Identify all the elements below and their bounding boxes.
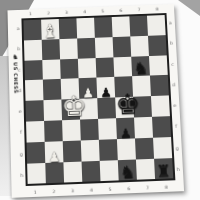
square-g8[interactable] <box>153 137 172 159</box>
square-h4[interactable] <box>82 160 101 182</box>
piece-white-king[interactable]: ♚ <box>61 93 80 121</box>
coord-label: f <box>173 124 178 129</box>
coord-label: 1 <box>34 190 37 195</box>
square-a3[interactable] <box>59 18 77 39</box>
coord-label: g <box>175 145 180 150</box>
coord-label: 3 <box>65 10 68 15</box>
square-b5[interactable] <box>95 37 114 58</box>
piece-black-pawn[interactable]: ♟ <box>116 126 135 140</box>
square-e1[interactable] <box>26 100 45 121</box>
coord-label: 2 <box>52 189 55 194</box>
square-c3[interactable] <box>60 58 79 79</box>
square-c1[interactable] <box>24 60 42 81</box>
coord-label: a <box>168 21 173 26</box>
square-f2[interactable] <box>44 120 63 141</box>
coord-label: h <box>176 167 181 172</box>
square-b4[interactable] <box>77 38 96 59</box>
square-f5[interactable] <box>98 118 117 139</box>
square-b8[interactable] <box>148 35 167 56</box>
square-a4[interactable] <box>76 18 94 39</box>
coord-label: a <box>16 26 21 31</box>
square-b6[interactable] <box>113 36 132 57</box>
square-g5[interactable] <box>99 139 118 161</box>
coord-label: e <box>172 103 177 108</box>
square-a5[interactable] <box>94 17 112 38</box>
coord-label: 2 <box>47 11 50 16</box>
square-f1[interactable] <box>26 121 45 142</box>
square-h6[interactable]: ♞ <box>118 159 137 181</box>
square-a8[interactable] <box>147 15 166 36</box>
square-h8[interactable]: ♜ <box>154 158 173 180</box>
square-d2[interactable] <box>43 79 62 100</box>
square-g6[interactable] <box>117 138 136 160</box>
square-c2[interactable] <box>42 59 60 80</box>
coord-label: c <box>170 62 175 67</box>
coord-label: 4 <box>90 188 93 193</box>
square-a2[interactable]: ♝ <box>41 19 59 40</box>
board-photo: 12345678 12345678 abcdefgh abcdefgh ♞ US… <box>0 0 200 200</box>
coord-label: 4 <box>83 9 86 14</box>
coord-label: 1 <box>29 11 32 16</box>
piece-white-pawn[interactable]: ♟ <box>45 150 64 164</box>
square-d1[interactable] <box>25 80 43 101</box>
square-h7[interactable] <box>136 158 155 180</box>
square-b1[interactable] <box>24 40 42 61</box>
us-chess-label: US CHESS <box>13 62 20 94</box>
coord-label: 7 <box>146 185 149 190</box>
square-h1[interactable] <box>27 163 46 185</box>
piece-black-knight[interactable]: ♞ <box>118 164 137 182</box>
piece-black-king[interactable]: ♚ <box>115 91 134 119</box>
coord-label: f <box>18 130 23 135</box>
square-h3[interactable] <box>63 161 82 183</box>
chess-board: ♝♞♟♟♚♚♟♟♞♜ <box>21 13 175 186</box>
square-g1[interactable] <box>27 142 46 164</box>
square-g3[interactable] <box>63 140 82 162</box>
square-c4[interactable] <box>78 58 97 79</box>
square-c7[interactable]: ♞ <box>131 56 150 77</box>
square-b3[interactable] <box>59 38 77 59</box>
coord-label: h <box>19 173 24 178</box>
coord-label: 6 <box>127 186 130 191</box>
coord-label: 5 <box>109 187 112 192</box>
square-d8[interactable] <box>150 75 169 96</box>
square-a6[interactable] <box>112 16 131 37</box>
piece-white-bishop[interactable]: ♝ <box>41 22 59 41</box>
us-chess-branding: ♞ US CHESS <box>9 54 22 119</box>
square-g2[interactable]: ♟ <box>45 141 64 163</box>
coord-label: b <box>169 41 174 46</box>
coord-label: 3 <box>71 188 74 193</box>
coord-label: b <box>16 47 21 52</box>
coord-label: 5 <box>101 9 104 14</box>
square-g4[interactable] <box>81 140 100 162</box>
square-e6[interactable]: ♚ <box>115 97 134 118</box>
square-c5[interactable] <box>96 57 115 78</box>
square-g7[interactable] <box>135 138 154 160</box>
coord-label: 8 <box>165 185 168 190</box>
square-a7[interactable] <box>129 16 148 37</box>
piece-black-pawn[interactable]: ♟ <box>97 86 115 99</box>
square-b7[interactable] <box>130 36 149 57</box>
coord-label: 7 <box>138 7 141 12</box>
square-e5[interactable] <box>97 98 116 119</box>
square-f8[interactable] <box>152 116 171 137</box>
square-c8[interactable] <box>149 55 168 76</box>
piece-black-rook[interactable]: ♜ <box>154 164 173 181</box>
square-d5[interactable]: ♟ <box>96 77 115 98</box>
coord-label: g <box>19 151 24 156</box>
coord-bottom: 12345678 <box>26 184 176 195</box>
background-shadow-topright <box>178 0 200 16</box>
coord-label: d <box>171 82 176 87</box>
coord-label: 6 <box>119 8 122 13</box>
square-e3[interactable]: ♚ <box>61 99 80 120</box>
square-e8[interactable] <box>151 96 170 117</box>
knight-head-icon: ♞ <box>12 54 18 61</box>
square-b2[interactable] <box>42 39 60 60</box>
chess-mat: 12345678 12345678 abcdefgh abcdefgh ♞ US… <box>8 4 185 198</box>
square-e2[interactable] <box>43 100 62 121</box>
square-h2[interactable] <box>45 162 64 184</box>
piece-black-knight[interactable]: ♞ <box>131 60 150 77</box>
square-h5[interactable] <box>100 160 119 182</box>
square-a1[interactable] <box>23 20 41 41</box>
coord-label: 8 <box>156 7 159 12</box>
square-c6[interactable] <box>113 56 132 77</box>
